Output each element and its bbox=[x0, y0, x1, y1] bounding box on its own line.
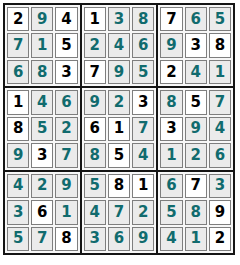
cell-r4c5[interactable]: 2 bbox=[108, 90, 130, 114]
cell-r9c5[interactable]: 6 bbox=[108, 227, 130, 251]
cell-r6c6[interactable]: 4 bbox=[132, 143, 154, 167]
cell-r9c4[interactable]: 3 bbox=[84, 227, 106, 251]
cell-r8c9[interactable]: 9 bbox=[209, 200, 231, 224]
cell-r7c4[interactable]: 5 bbox=[84, 174, 106, 198]
cell-r7c5[interactable]: 8 bbox=[108, 174, 130, 198]
sudoku-board: 2947156831382467957659382411468529379236… bbox=[3, 3, 235, 255]
cell-r5c2[interactable]: 5 bbox=[31, 117, 53, 141]
cell-r1c7[interactable]: 7 bbox=[160, 7, 182, 31]
cell-r5c6[interactable]: 7 bbox=[132, 117, 154, 141]
box-9: 673589412 bbox=[158, 172, 233, 253]
cell-r3c4[interactable]: 7 bbox=[84, 60, 106, 84]
cell-r3c7[interactable]: 2 bbox=[160, 60, 182, 84]
cell-r8c1[interactable]: 3 bbox=[7, 200, 29, 224]
cell-r6c3[interactable]: 7 bbox=[55, 143, 77, 167]
cell-r6c4[interactable]: 8 bbox=[84, 143, 106, 167]
cell-r7c2[interactable]: 2 bbox=[31, 174, 53, 198]
cell-r6c5[interactable]: 5 bbox=[108, 143, 130, 167]
cell-r1c8[interactable]: 6 bbox=[185, 7, 207, 31]
cell-r4c2[interactable]: 4 bbox=[31, 90, 53, 114]
cell-r9c3[interactable]: 8 bbox=[55, 227, 77, 251]
cell-r4c9[interactable]: 7 bbox=[209, 90, 231, 114]
cell-r3c6[interactable]: 5 bbox=[132, 60, 154, 84]
cell-r5c8[interactable]: 9 bbox=[185, 117, 207, 141]
box-6: 857394126 bbox=[158, 88, 233, 169]
cell-r2c5[interactable]: 4 bbox=[108, 33, 130, 57]
box-1: 294715683 bbox=[5, 5, 80, 86]
box-2: 138246795 bbox=[82, 5, 157, 86]
cell-r3c9[interactable]: 1 bbox=[209, 60, 231, 84]
cell-r6c9[interactable]: 6 bbox=[209, 143, 231, 167]
cell-r7c6[interactable]: 1 bbox=[132, 174, 154, 198]
cell-r2c8[interactable]: 3 bbox=[185, 33, 207, 57]
box-8: 581472369 bbox=[82, 172, 157, 253]
box-4: 146852937 bbox=[5, 88, 80, 169]
cell-r8c5[interactable]: 7 bbox=[108, 200, 130, 224]
cell-r4c6[interactable]: 3 bbox=[132, 90, 154, 114]
cell-r3c1[interactable]: 6 bbox=[7, 60, 29, 84]
cell-r1c6[interactable]: 8 bbox=[132, 7, 154, 31]
cell-r4c4[interactable]: 9 bbox=[84, 90, 106, 114]
cell-r1c3[interactable]: 4 bbox=[55, 7, 77, 31]
cell-r2c2[interactable]: 1 bbox=[31, 33, 53, 57]
cell-r3c2[interactable]: 8 bbox=[31, 60, 53, 84]
cell-r1c4[interactable]: 1 bbox=[84, 7, 106, 31]
cell-r2c1[interactable]: 7 bbox=[7, 33, 29, 57]
box-3: 765938241 bbox=[158, 5, 233, 86]
box-5: 923617854 bbox=[82, 88, 157, 169]
cell-r2c7[interactable]: 9 bbox=[160, 33, 182, 57]
cell-r4c1[interactable]: 1 bbox=[7, 90, 29, 114]
cell-r8c4[interactable]: 4 bbox=[84, 200, 106, 224]
cell-r1c5[interactable]: 3 bbox=[108, 7, 130, 31]
cell-r6c2[interactable]: 3 bbox=[31, 143, 53, 167]
cell-r8c3[interactable]: 1 bbox=[55, 200, 77, 224]
cell-r4c3[interactable]: 6 bbox=[55, 90, 77, 114]
cell-r7c9[interactable]: 3 bbox=[209, 174, 231, 198]
cell-r5c5[interactable]: 1 bbox=[108, 117, 130, 141]
cell-r2c3[interactable]: 5 bbox=[55, 33, 77, 57]
cell-r9c1[interactable]: 5 bbox=[7, 227, 29, 251]
cell-r8c6[interactable]: 2 bbox=[132, 200, 154, 224]
box-7: 429361578 bbox=[5, 172, 80, 253]
cell-r2c4[interactable]: 2 bbox=[84, 33, 106, 57]
cell-r9c2[interactable]: 7 bbox=[31, 227, 53, 251]
cell-r3c3[interactable]: 3 bbox=[55, 60, 77, 84]
cell-r5c4[interactable]: 6 bbox=[84, 117, 106, 141]
cell-r3c8[interactable]: 4 bbox=[185, 60, 207, 84]
cell-r4c8[interactable]: 5 bbox=[185, 90, 207, 114]
cell-r5c7[interactable]: 3 bbox=[160, 117, 182, 141]
cell-r1c9[interactable]: 5 bbox=[209, 7, 231, 31]
cell-r1c2[interactable]: 9 bbox=[31, 7, 53, 31]
cell-r7c7[interactable]: 6 bbox=[160, 174, 182, 198]
cell-r6c8[interactable]: 2 bbox=[185, 143, 207, 167]
cell-r5c9[interactable]: 4 bbox=[209, 117, 231, 141]
cell-r9c8[interactable]: 1 bbox=[185, 227, 207, 251]
cell-r1c1[interactable]: 2 bbox=[7, 7, 29, 31]
cell-r6c1[interactable]: 9 bbox=[7, 143, 29, 167]
cell-r7c3[interactable]: 9 bbox=[55, 174, 77, 198]
cell-r8c8[interactable]: 8 bbox=[185, 200, 207, 224]
cell-r4c7[interactable]: 8 bbox=[160, 90, 182, 114]
cell-r9c7[interactable]: 4 bbox=[160, 227, 182, 251]
cell-r8c2[interactable]: 6 bbox=[31, 200, 53, 224]
cell-r5c3[interactable]: 2 bbox=[55, 117, 77, 141]
cell-r8c7[interactable]: 5 bbox=[160, 200, 182, 224]
cell-r7c1[interactable]: 4 bbox=[7, 174, 29, 198]
cell-r9c9[interactable]: 2 bbox=[209, 227, 231, 251]
cell-r5c1[interactable]: 8 bbox=[7, 117, 29, 141]
cell-r3c5[interactable]: 9 bbox=[108, 60, 130, 84]
cell-r2c9[interactable]: 8 bbox=[209, 33, 231, 57]
cell-r6c7[interactable]: 1 bbox=[160, 143, 182, 167]
cell-r2c6[interactable]: 6 bbox=[132, 33, 154, 57]
cell-r7c8[interactable]: 7 bbox=[185, 174, 207, 198]
cell-r9c6[interactable]: 9 bbox=[132, 227, 154, 251]
